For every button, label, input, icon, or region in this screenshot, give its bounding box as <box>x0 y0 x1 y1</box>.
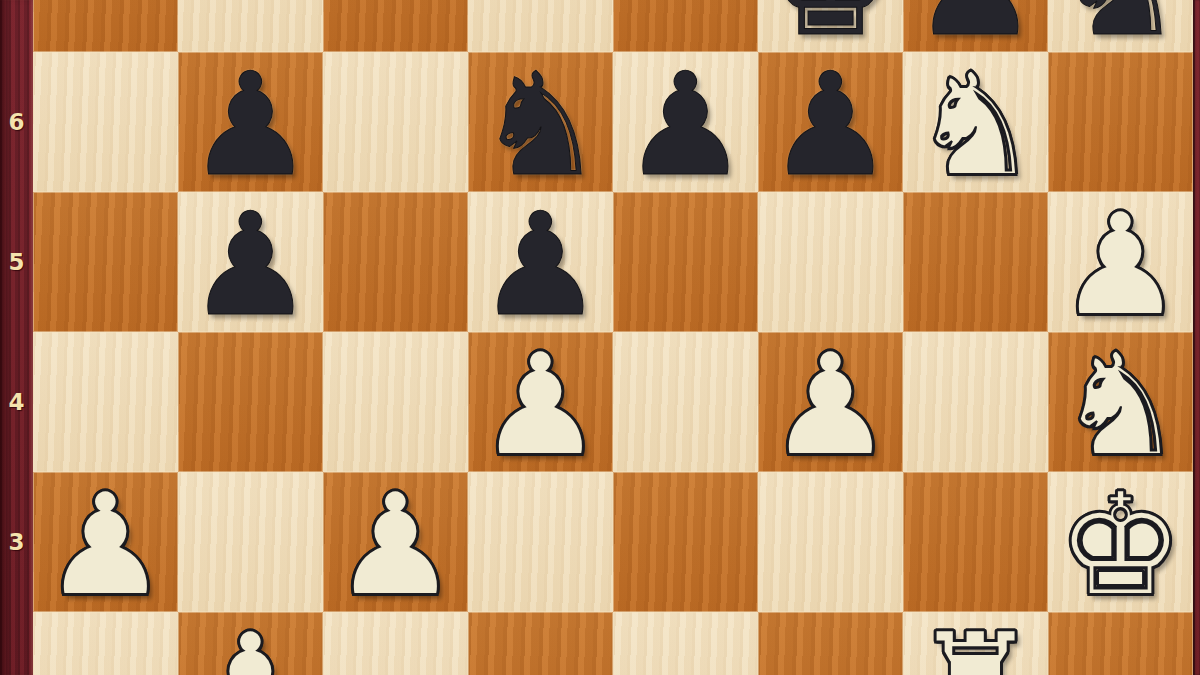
square-a6[interactable] <box>33 52 178 192</box>
square-g4[interactable] <box>903 332 1048 472</box>
piece-white-pawn: ♟ <box>1057 194 1184 336</box>
square-a4[interactable] <box>33 332 178 472</box>
square-c4[interactable] <box>323 332 468 472</box>
square-e6[interactable]: ♟ <box>613 52 758 192</box>
square-b2[interactable]: ♟ <box>178 612 323 675</box>
piece-white-rook: ♜ <box>912 614 1039 675</box>
square-f4[interactable]: ♟ <box>758 332 903 472</box>
piece-black-pawn: ♟ <box>187 194 314 336</box>
piece-white-pawn: ♟ <box>767 334 894 476</box>
piece-white-pawn: ♟ <box>42 474 169 616</box>
square-h6[interactable] <box>1048 52 1193 192</box>
square-c2[interactable] <box>323 612 468 675</box>
square-h4[interactable]: ♞ <box>1048 332 1193 472</box>
square-f2[interactable] <box>758 612 903 675</box>
piece-black-pawn: ♟ <box>187 54 314 196</box>
piece-white-knight: ♞ <box>912 54 1039 196</box>
square-e3[interactable] <box>613 472 758 612</box>
rank-label-5: 5 <box>0 251 33 274</box>
square-d4[interactable]: ♟ <box>468 332 613 472</box>
square-c5[interactable] <box>323 192 468 332</box>
square-b6[interactable]: ♟ <box>178 52 323 192</box>
square-h5[interactable]: ♟ <box>1048 192 1193 332</box>
piece-black-pawn: ♟ <box>622 54 749 196</box>
piece-white-pawn: ♟ <box>477 334 604 476</box>
square-c3[interactable]: ♟ <box>323 472 468 612</box>
square-d6[interactable]: ♞ <box>468 52 613 192</box>
square-g2[interactable]: ♜ <box>903 612 1048 675</box>
square-g5[interactable] <box>903 192 1048 332</box>
square-h7[interactable]: ♞ <box>1048 0 1193 52</box>
piece-black-pawn: ♟ <box>767 54 894 196</box>
piece-black-knight: ♞ <box>1057 0 1184 56</box>
square-b5[interactable]: ♟ <box>178 192 323 332</box>
rank-label-6: 6 <box>0 111 33 134</box>
square-c6[interactable] <box>323 52 468 192</box>
board-frame-right <box>1193 0 1200 675</box>
square-b4[interactable] <box>178 332 323 472</box>
chess-board: ♚♟♞♟♞♟♟♞♟♟♟♟♟♞♟♟♚♟♜ <box>33 0 1193 675</box>
square-a7[interactable] <box>33 0 178 52</box>
rank-label-4: 4 <box>0 391 33 414</box>
square-a2[interactable] <box>33 612 178 675</box>
piece-black-pawn: ♟ <box>477 194 604 336</box>
piece-white-king: ♚ <box>1057 474 1184 616</box>
piece-black-knight: ♞ <box>477 54 604 196</box>
board-frame-left: 6 5 4 3 <box>0 0 33 675</box>
square-f3[interactable] <box>758 472 903 612</box>
piece-white-knight: ♞ <box>1057 334 1184 476</box>
square-g6[interactable]: ♞ <box>903 52 1048 192</box>
square-a3[interactable]: ♟ <box>33 472 178 612</box>
square-e5[interactable] <box>613 192 758 332</box>
piece-white-pawn: ♟ <box>187 614 314 675</box>
square-b3[interactable] <box>178 472 323 612</box>
chess-board-screenshot: ♚♟♞♟♞♟♟♞♟♟♟♟♟♞♟♟♚♟♜ 6 5 4 3 <box>0 0 1200 675</box>
square-f6[interactable]: ♟ <box>758 52 903 192</box>
square-h3[interactable]: ♚ <box>1048 472 1193 612</box>
square-f5[interactable] <box>758 192 903 332</box>
rank-label-3: 3 <box>0 531 33 554</box>
square-e2[interactable] <box>613 612 758 675</box>
square-g3[interactable] <box>903 472 1048 612</box>
square-c7[interactable] <box>323 0 468 52</box>
square-h2[interactable] <box>1048 612 1193 675</box>
square-d3[interactable] <box>468 472 613 612</box>
square-d2[interactable] <box>468 612 613 675</box>
square-d5[interactable]: ♟ <box>468 192 613 332</box>
square-a5[interactable] <box>33 192 178 332</box>
square-e4[interactable] <box>613 332 758 472</box>
piece-white-pawn: ♟ <box>332 474 459 616</box>
